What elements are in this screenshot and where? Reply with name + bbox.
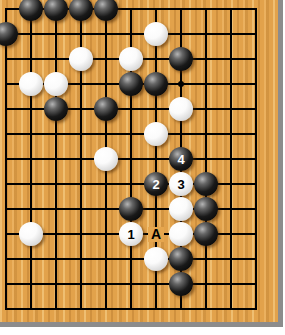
white-stone: [69, 47, 93, 71]
black-stone: [169, 47, 193, 71]
go-board[interactable]: 4231A: [0, 0, 278, 322]
black-stone: [194, 197, 218, 221]
star-point: [178, 81, 184, 87]
black-stone: [94, 0, 118, 21]
black-stone: [44, 97, 68, 121]
black-stone: [169, 247, 193, 271]
black-stone: [0, 22, 18, 46]
black-stone: [169, 272, 193, 296]
white-stone: [144, 22, 168, 46]
grid-line-horizontal: [5, 308, 257, 310]
board-edge-bottom: [0, 322, 283, 327]
black-stone: [119, 197, 143, 221]
black-stone: [69, 0, 93, 21]
white-stone: [94, 147, 118, 171]
white-stone: [19, 72, 43, 96]
white-stone: [169, 222, 193, 246]
black-stone: [44, 0, 68, 21]
black-stone: [144, 72, 168, 96]
grid-line-horizontal: [5, 158, 257, 160]
white-stone: [169, 197, 193, 221]
black-stone: 4: [169, 147, 193, 171]
white-stone: [144, 247, 168, 271]
point-label-A: A: [148, 227, 164, 242]
white-stone: [44, 72, 68, 96]
black-stone: [94, 97, 118, 121]
grid-line-horizontal: [5, 283, 257, 285]
black-stone: 2: [144, 172, 168, 196]
white-stone: [119, 47, 143, 71]
go-diagram: 4231A: [0, 0, 285, 335]
white-stone: [19, 222, 43, 246]
grid-line-horizontal: [5, 108, 257, 110]
move-number-label: 4: [177, 152, 184, 165]
white-stone: 1: [119, 222, 143, 246]
grid-line-horizontal: [5, 183, 257, 185]
black-stone: [119, 72, 143, 96]
move-number-label: 3: [177, 177, 184, 190]
board-edge-right: [278, 0, 283, 327]
grid-line-horizontal: [5, 133, 257, 135]
move-number-label: 1: [127, 227, 134, 240]
white-stone: 3: [169, 172, 193, 196]
grid-line-horizontal: [5, 258, 257, 260]
black-stone: [194, 172, 218, 196]
move-number-label: 2: [152, 177, 159, 190]
white-stone: [169, 97, 193, 121]
grid-line-horizontal: [5, 33, 257, 35]
black-stone: [194, 222, 218, 246]
black-stone: [19, 0, 43, 21]
white-stone: [144, 122, 168, 146]
